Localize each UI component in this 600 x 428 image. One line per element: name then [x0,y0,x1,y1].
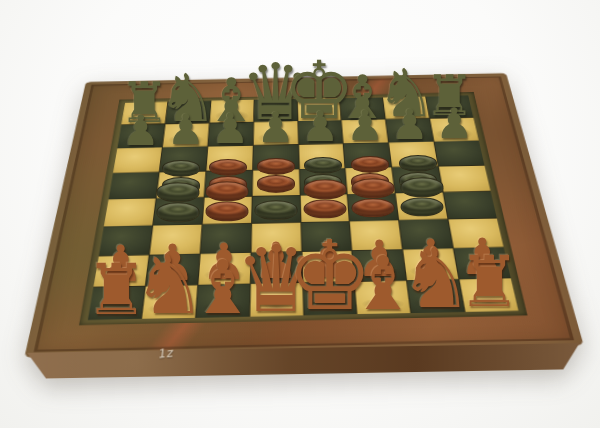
checkers-disc [399,155,437,172]
checkers-disc-stack-green[interactable] [157,191,200,222]
pieces-layer: ♜♞♝♛♚♝♞♜♟♟♟♟♟♟♟♟♟♟♟♟♟♟♟♟♜♞♝♛♚♝♞♜ [0,0,600,428]
checkers-disc [254,200,297,220]
checkers-disc [351,156,389,173]
checkers-disc-stack-green[interactable] [400,186,443,217]
checkers-disc [303,199,346,219]
checkers-disc [205,201,248,221]
checkers-disc-stack-green[interactable] [254,200,297,220]
checkers-disc-stack-brown[interactable] [352,187,395,218]
checkers-disc [205,181,248,201]
green-pawn-piece[interactable]: ♟ [391,104,429,146]
checkers-disc [162,160,200,177]
green-pawn-piece[interactable]: ♟ [212,108,250,150]
photo-scene: 1z ♜♞♝♛♚♝♞♜♟♟♟♟♟♟♟♟♟♟♟♟♟♟♟♟♜♞♝♛♚♝♞♜ [0,0,600,428]
green-pawn-piece[interactable]: ♟ [436,103,474,145]
checkers-disc [157,182,200,202]
checkers-disc [400,177,443,197]
checkers-disc-stack-brown[interactable] [257,166,295,193]
brown-rook-piece[interactable]: ♜ [458,247,521,317]
green-pawn-piece[interactable]: ♟ [167,109,205,151]
checkers-disc [157,202,200,222]
checkers-disc [303,179,346,199]
checkers-disc [209,159,247,176]
checkers-disc [304,157,342,174]
green-pawn-piece[interactable]: ♟ [346,105,384,147]
green-pawn-piece[interactable]: ♟ [257,107,295,149]
checkers-disc-stack-brown[interactable] [303,188,346,219]
checkers-disc [257,175,295,192]
green-pawn-piece[interactable]: ♟ [302,106,340,148]
checkers-disc [400,197,443,217]
checkers-disc-stack-brown[interactable] [205,190,248,221]
checkers-disc [257,158,295,175]
checkers-disc [352,198,395,218]
green-pawn-piece[interactable]: ♟ [122,109,160,151]
checkers-disc [352,178,395,198]
